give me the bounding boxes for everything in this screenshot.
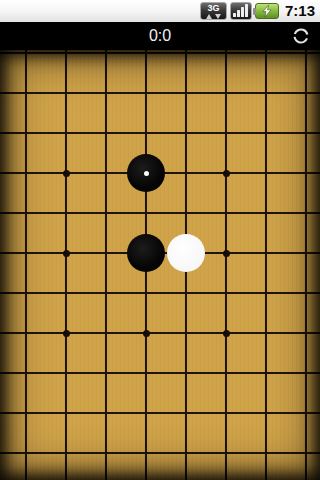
grid-line-horizontal (0, 452, 320, 453)
star-point (223, 170, 230, 177)
grid-line-horizontal (0, 132, 320, 133)
grid-line-vertical (25, 50, 26, 480)
star-point (223, 250, 230, 257)
last-move-marker (144, 171, 149, 176)
star-point (63, 170, 70, 177)
download-arrow-icon (215, 14, 221, 19)
grid-line-horizontal (0, 92, 320, 93)
grid-line-horizontal (0, 332, 320, 333)
white-to-play-icon (292, 27, 310, 45)
star-point (63, 330, 70, 337)
grid-line-vertical (105, 50, 106, 480)
grid-line-vertical (225, 50, 226, 480)
grid-line-vertical (265, 50, 266, 480)
grid-line-horizontal (0, 52, 320, 53)
grid-line-horizontal (0, 372, 320, 373)
title-bar: 0:0 (0, 22, 320, 50)
upload-arrow-icon (206, 14, 212, 19)
status-time: 7:13 (285, 0, 315, 22)
signal-strength-icon (230, 2, 252, 20)
star-point (223, 330, 230, 337)
capture-score: 0:0 (0, 27, 320, 45)
white-stone (167, 234, 205, 272)
app-screen: 3G 7:13 0:0 (0, 0, 320, 480)
network-3g-label: 3G (207, 4, 219, 13)
star-point (143, 330, 150, 337)
lightning-bolt-icon (262, 5, 272, 17)
grid-line-vertical (305, 50, 306, 480)
network-3g-icon: 3G (200, 2, 227, 20)
black-stone (127, 234, 165, 272)
grid-line-horizontal (0, 212, 320, 213)
data-traffic-arrows-icon (206, 14, 221, 19)
go-board[interactable] (0, 50, 320, 480)
battery-charging-icon (255, 3, 279, 19)
grid-line-horizontal (0, 412, 320, 413)
status-bar[interactable]: 3G 7:13 (0, 0, 320, 22)
black-stone (127, 154, 165, 192)
grid-line-horizontal (0, 292, 320, 293)
star-point (63, 250, 70, 257)
grid-line-vertical (65, 50, 66, 480)
